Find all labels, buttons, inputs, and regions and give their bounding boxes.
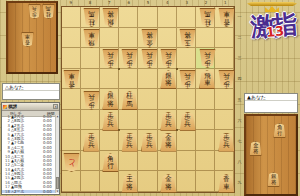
board-square-8-3[interactable] — [81, 48, 100, 69]
board-square-7-9[interactable] — [100, 171, 119, 192]
board-square-6-1[interactable] — [119, 7, 138, 28]
board-square-2-9[interactable] — [196, 171, 215, 192]
board-square-5-6[interactable] — [138, 110, 157, 131]
sente-komadai: 角行金将銀将 — [244, 114, 298, 196]
board-square-4-5[interactable] — [158, 89, 177, 110]
hoshi-dot — [176, 68, 178, 70]
board-square-9-2[interactable] — [62, 28, 81, 49]
kifu-window-icon — [3, 105, 7, 109]
hand-piece-角行[interactable]: 角行 — [273, 123, 286, 138]
rank-label: 九 — [236, 172, 243, 193]
board-square-2-6[interactable] — [196, 110, 215, 131]
kifu-titlebar[interactable]: 棋譜 × — [2, 103, 59, 111]
board-square-6-2[interactable] — [119, 28, 138, 49]
board-square-3-7[interactable] — [177, 130, 196, 151]
board-square-3-8[interactable] — [177, 151, 196, 172]
rank-label: 四 — [236, 68, 243, 89]
hand-piece-歩兵[interactable]: 歩兵 — [28, 4, 41, 19]
board-square-7-7[interactable] — [100, 130, 119, 151]
board-square-8-4[interactable] — [81, 69, 100, 90]
board-square-6-4[interactable] — [119, 69, 138, 90]
board-square-5-4[interactable] — [138, 69, 157, 90]
board-square-2-5[interactable] — [196, 89, 215, 110]
hand-piece-桂馬[interactable]: 桂馬 — [42, 4, 55, 19]
board-square-3-3[interactable] — [177, 48, 196, 69]
board-square-3-1[interactable] — [177, 7, 196, 28]
kifu-window-title: 棋譜 — [8, 104, 53, 109]
logo-version-number: 13 — [265, 23, 285, 40]
kifu-close-icon[interactable]: × — [53, 104, 58, 109]
hand-piece-香車[interactable]: 香車 — [21, 32, 34, 47]
rank-label: 六 — [236, 110, 243, 131]
sente-player-panel: ▲あなた — [244, 93, 298, 113]
sente-player-label: ▲あなた — [245, 94, 297, 101]
board-square-1-8[interactable] — [215, 151, 234, 172]
board-square-2-2[interactable] — [196, 28, 215, 49]
board-square-2-8[interactable] — [196, 151, 215, 172]
board-square-5-5[interactable] — [138, 89, 157, 110]
rank-label: 三 — [236, 48, 243, 69]
board-square-7-2[interactable] — [100, 28, 119, 49]
board-square-5-9[interactable] — [138, 171, 157, 192]
gekisashi-logo: 激指 13 — [245, 1, 300, 63]
hand-piece-銀将[interactable]: 銀将 — [267, 172, 280, 187]
board-square-3-5[interactable] — [177, 89, 196, 110]
board-square-9-5[interactable] — [62, 89, 81, 110]
rank-label: 一 — [236, 6, 243, 27]
board-square-5-1[interactable] — [138, 7, 157, 28]
board-square-9-7[interactable] — [62, 130, 81, 151]
gote-player-panel: △あなた — [2, 83, 60, 100]
scrollbar-thumb[interactable] — [56, 177, 59, 189]
board-square-4-2[interactable] — [158, 28, 177, 49]
scroll-up-icon[interactable]: ▲ — [56, 115, 59, 118]
hand-piece-金将[interactable]: 金将 — [249, 141, 262, 156]
board-square-7-4[interactable] — [100, 69, 119, 90]
rank-label: 五 — [236, 89, 243, 110]
board-square-9-1[interactable] — [62, 7, 81, 28]
board-square-8-6[interactable] — [81, 110, 100, 131]
board-square-9-9[interactable] — [62, 171, 81, 192]
board-square-1-2[interactable] — [215, 28, 234, 49]
logo-banner — [247, 2, 297, 6]
rank-label: 二 — [236, 27, 243, 48]
shogi-board[interactable]: 桂馬銀将桂馬香車飛車金将玉将歩兵歩兵歩兵歩兵歩兵香車歩兵歩兵歩兵と銀将飛車銀将桂… — [61, 6, 235, 193]
gekisashi-app-window: 歩兵桂馬香車 △あなた 棋譜 × 指し手 時間 1▲2六歩0:002△8四歩0:… — [0, 0, 300, 196]
board-square-1-3[interactable] — [215, 48, 234, 69]
board-square-1-5[interactable] — [215, 89, 234, 110]
shogi-board-area: 987654321 桂馬銀将桂馬香車飛車金将玉将歩兵歩兵歩兵歩兵歩兵香車歩兵歩兵… — [61, 0, 243, 196]
board-square-5-8[interactable] — [138, 151, 157, 172]
board-square-6-8[interactable] — [119, 151, 138, 172]
kifu-row[interactable]: 18△2三歩0:00 — [2, 190, 55, 193]
rank-label: 八 — [236, 151, 243, 172]
kifu-scrollbar[interactable]: ▲ ▼ — [55, 115, 59, 193]
rank-label: 七 — [236, 131, 243, 152]
board-square-3-9[interactable] — [177, 171, 196, 192]
board-square-8-8[interactable] — [81, 151, 100, 172]
board-square-4-8[interactable] — [158, 151, 177, 172]
gote-player-label: △あなた — [3, 84, 59, 91]
board-square-1-6[interactable] — [215, 110, 234, 131]
kifu-window: 棋譜 × 指し手 時間 1▲2六歩0:002△8四歩0:003▲2五歩0:004… — [1, 102, 60, 195]
board-square-6-6[interactable] — [119, 110, 138, 131]
board-square-2-7[interactable] — [196, 130, 215, 151]
rank-coordinates: 一二三四五六七八九 — [236, 6, 243, 193]
scroll-down-icon[interactable]: ▼ — [56, 190, 59, 193]
kifu-move-list[interactable]: 1▲2六歩0:002△8四歩0:003▲2五歩0:004△8五歩0:005▲7六… — [2, 115, 55, 193]
board-square-4-1[interactable] — [158, 7, 177, 28]
board-square-9-3[interactable] — [62, 48, 81, 69]
gote-komadai: 歩兵桂馬香車 — [6, 1, 58, 74]
board-square-9-6[interactable] — [62, 110, 81, 131]
board-square-8-9[interactable] — [81, 171, 100, 192]
